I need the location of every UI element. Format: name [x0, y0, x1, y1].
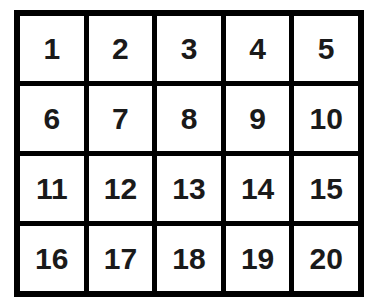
grid-cell-19: 19: [226, 226, 290, 291]
grid-cell-1: 1: [20, 16, 84, 81]
grid-cell-2: 2: [89, 16, 153, 81]
grid-cell-6: 6: [20, 86, 84, 151]
grid-cell-7: 7: [89, 86, 153, 151]
grid-cell-16: 16: [20, 226, 84, 291]
grid-cell-10: 10: [294, 86, 358, 151]
grid-cell-4: 4: [226, 16, 290, 81]
number-grid-board: 1 2 3 4 5 6 7 8 9 10 11 12 13 14 15 16 1…: [14, 10, 364, 297]
grid-cell-5: 5: [294, 16, 358, 81]
grid-cell-15: 15: [294, 156, 358, 221]
grid-cell-9: 9: [226, 86, 290, 151]
grid-cell-12: 12: [89, 156, 153, 221]
grid-cell-11: 11: [20, 156, 84, 221]
grid-cell-18: 18: [157, 226, 221, 291]
grid-cell-13: 13: [157, 156, 221, 221]
grid-cell-14: 14: [226, 156, 290, 221]
grid-cell-3: 3: [157, 16, 221, 81]
grid-cell-17: 17: [89, 226, 153, 291]
grid-cell-8: 8: [157, 86, 221, 151]
grid-cell-20: 20: [294, 226, 358, 291]
